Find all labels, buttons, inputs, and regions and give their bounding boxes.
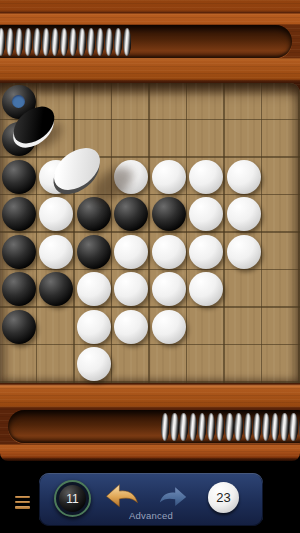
black-score-value: 11 bbox=[66, 492, 78, 506]
stone-black bbox=[77, 235, 111, 269]
white-score-disc: 23 bbox=[208, 482, 239, 513]
tray-disc bbox=[114, 28, 122, 56]
stone-white bbox=[114, 310, 148, 344]
tray-bottom-discs bbox=[161, 412, 300, 441]
stone-white bbox=[152, 160, 186, 194]
board-frame-shadow bbox=[0, 83, 300, 97]
stone-black bbox=[2, 160, 36, 194]
tray-disc bbox=[262, 413, 270, 441]
tray-disc bbox=[253, 413, 261, 441]
stone-black bbox=[77, 197, 111, 231]
tray-disc bbox=[78, 28, 86, 56]
stone-white bbox=[114, 272, 148, 306]
tray-disc bbox=[24, 28, 32, 56]
stone-white bbox=[189, 160, 223, 194]
stone-black bbox=[114, 197, 148, 231]
tray-disc bbox=[170, 413, 178, 441]
tray-disc bbox=[51, 28, 59, 56]
disc-tray-bottom bbox=[8, 410, 300, 443]
tray-disc bbox=[216, 413, 224, 441]
tray-disc bbox=[6, 28, 14, 56]
stone-white bbox=[39, 197, 73, 231]
stone-black bbox=[2, 197, 36, 231]
tray-disc bbox=[289, 413, 297, 441]
stone-white bbox=[77, 347, 111, 381]
stone-black bbox=[152, 197, 186, 231]
tray-disc bbox=[207, 413, 215, 441]
stone-white bbox=[189, 272, 223, 306]
redo-button[interactable] bbox=[158, 485, 188, 507]
undo-button[interactable] bbox=[105, 482, 139, 508]
tray-disc bbox=[198, 413, 206, 441]
tray-disc bbox=[179, 413, 187, 441]
stone-white bbox=[227, 197, 261, 231]
hamburger-icon bbox=[15, 501, 30, 504]
tray-disc bbox=[69, 28, 77, 56]
stone-white bbox=[114, 235, 148, 269]
stone-white bbox=[152, 235, 186, 269]
stone-black bbox=[2, 272, 36, 306]
disc-tray-top bbox=[0, 25, 292, 58]
stone-white bbox=[77, 272, 111, 306]
tray-disc bbox=[96, 28, 104, 56]
stone-white bbox=[189, 197, 223, 231]
black-score-disc: 11 bbox=[59, 485, 86, 512]
stone-white bbox=[39, 235, 73, 269]
stone-white bbox=[77, 310, 111, 344]
redo-arrow-icon bbox=[158, 485, 188, 507]
tray-disc bbox=[60, 28, 68, 56]
tray-disc bbox=[42, 28, 50, 56]
tray-disc bbox=[0, 28, 5, 56]
stone-black bbox=[39, 272, 73, 306]
tray-disc bbox=[234, 413, 242, 441]
tray-disc bbox=[225, 413, 233, 441]
tray-disc bbox=[189, 413, 197, 441]
reversi-app-screen: 11 bbox=[0, 0, 300, 533]
stone-white bbox=[227, 160, 261, 194]
tray-disc bbox=[299, 413, 300, 441]
tray-disc bbox=[87, 28, 95, 56]
undo-arrow-icon bbox=[105, 482, 139, 508]
hamburger-icon bbox=[15, 506, 30, 509]
stone-white bbox=[227, 235, 261, 269]
tray-disc bbox=[15, 28, 23, 56]
tray-disc bbox=[105, 28, 113, 56]
tray-disc bbox=[280, 413, 288, 441]
control-panel: 11 bbox=[39, 473, 263, 526]
tray-top-discs bbox=[0, 27, 131, 56]
stone-white bbox=[152, 272, 186, 306]
reversi-board[interactable] bbox=[0, 83, 300, 383]
menu-button[interactable] bbox=[10, 491, 34, 513]
tray-disc bbox=[161, 413, 169, 441]
white-score-value: 23 bbox=[216, 490, 230, 505]
stone-white bbox=[152, 310, 186, 344]
stone-black bbox=[2, 310, 36, 344]
tray-disc bbox=[271, 413, 279, 441]
tray-disc bbox=[123, 28, 131, 56]
stone-white bbox=[189, 235, 223, 269]
stone-black bbox=[2, 235, 36, 269]
hamburger-icon bbox=[15, 496, 30, 499]
tray-disc bbox=[244, 413, 252, 441]
tray-disc bbox=[33, 28, 41, 56]
